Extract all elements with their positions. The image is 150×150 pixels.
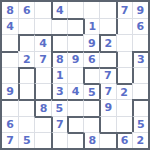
given-digit: 6 [23,5,31,16]
given-digit: 2 [105,38,113,49]
given-digit: 8 [6,5,14,16]
cell-r5c2[interactable] [34,83,50,99]
given-digit: 8 [40,103,48,114]
cell-r4c3[interactable]: 1 [51,67,67,83]
cell-r2c0[interactable] [2,34,18,50]
cell-r3c6[interactable] [99,51,115,67]
cell-r3c3[interactable]: 8 [51,51,67,67]
cell-r7c6[interactable] [99,116,115,132]
cell-r0c2[interactable] [34,2,50,18]
cell-r3c1[interactable]: 2 [18,51,34,67]
cell-r2c6[interactable]: 2 [99,34,115,50]
given-digit: 3 [137,54,145,65]
given-digit: 6 [121,135,129,146]
cell-r0c4[interactable] [67,2,83,18]
given-digit: 6 [6,119,14,130]
cell-r8c1[interactable]: 5 [18,132,34,148]
cell-r3c8[interactable]: 3 [132,51,148,67]
cell-r2c5[interactable]: 9 [83,34,99,50]
cell-r7c0[interactable]: 6 [2,116,18,132]
cell-r7c7[interactable] [116,116,132,132]
sudoku-board: 864794164922789631793457285967575862 [0,0,150,150]
given-digit: 7 [121,5,129,16]
given-digit: 6 [88,54,96,65]
cell-r5c3[interactable]: 3 [51,83,67,99]
cell-r5c7[interactable]: 2 [116,83,132,99]
cell-r1c1[interactable] [18,18,34,34]
cell-r6c0[interactable] [2,99,18,115]
given-digit: 6 [137,21,145,32]
given-digit: 1 [88,21,96,32]
sudoku-app: 864794164922789631793457285967575862 [0,0,150,150]
cell-r1c3[interactable] [51,18,67,34]
cell-r0c5[interactable] [83,2,99,18]
cell-r5c4[interactable]: 4 [67,83,83,99]
cell-r2c8[interactable] [132,34,148,50]
cell-r7c1[interactable] [18,116,34,132]
cell-r1c7[interactable] [116,18,132,34]
cell-r0c3[interactable]: 4 [51,2,67,18]
cell-r6c7[interactable] [116,99,132,115]
cell-r3c7[interactable] [116,51,132,67]
given-digit: 2 [137,135,145,146]
given-digit: 2 [120,87,128,98]
cell-r5c5[interactable]: 5 [83,83,99,99]
cell-r1c5[interactable]: 1 [83,18,99,34]
given-digit: 9 [6,86,14,97]
cell-r3c5[interactable]: 6 [83,51,99,67]
cell-r4c6[interactable]: 7 [99,67,115,83]
given-digit: 8 [56,54,64,65]
cell-r4c4[interactable] [67,67,83,83]
given-digit: 4 [6,21,14,32]
cell-r5c1[interactable] [18,83,34,99]
cell-r8c8[interactable]: 2 [132,132,148,148]
given-digit: 5 [137,119,145,130]
cell-r4c1[interactable] [18,67,34,83]
cell-r8c6[interactable] [99,132,115,148]
cell-r6c4[interactable] [67,99,83,115]
cell-r0c1[interactable]: 6 [18,2,34,18]
cell-r6c6[interactable]: 9 [99,99,115,115]
given-digit: 8 [88,135,96,146]
cell-r6c2[interactable]: 8 [34,99,50,115]
cell-r7c2[interactable] [34,116,50,132]
cell-r4c5[interactable] [83,67,99,83]
cell-r5c6[interactable]: 7 [99,83,115,99]
given-digit: 2 [23,54,31,65]
cell-r6c8[interactable] [132,99,148,115]
cell-r3c4[interactable]: 9 [67,51,83,67]
cell-r5c0[interactable]: 9 [2,83,18,99]
given-digit: 9 [105,102,113,113]
cell-r3c0[interactable] [2,51,18,67]
cell-r1c4[interactable] [67,18,83,34]
cell-r8c0[interactable]: 7 [2,132,18,148]
cell-r4c2[interactable] [34,67,50,83]
cell-r4c0[interactable] [2,67,18,83]
given-digit: 7 [105,86,113,97]
cell-r0c8[interactable]: 9 [132,2,148,18]
cell-r2c3[interactable] [51,34,67,50]
given-digit: 5 [55,103,63,114]
cell-r1c0[interactable]: 4 [2,18,18,34]
cell-r8c4[interactable] [67,132,83,148]
given-digit: 4 [56,5,64,16]
cell-r7c4[interactable] [67,116,83,132]
cell-r7c3[interactable]: 7 [51,116,67,132]
cell-r7c5[interactable] [83,116,99,132]
cell-r2c2[interactable]: 4 [34,34,50,50]
cell-r2c7[interactable] [116,34,132,50]
given-digit: 9 [137,5,145,16]
given-digit: 4 [72,86,80,97]
cell-r6c3[interactable]: 5 [51,99,67,115]
cell-r2c4[interactable] [67,34,83,50]
cell-r5c8[interactable] [132,83,148,99]
given-digit: 5 [23,135,31,146]
cell-r7c8[interactable]: 5 [132,116,148,132]
cell-r4c7[interactable] [116,67,132,83]
given-digit: 9 [88,38,96,49]
given-digit: 4 [39,38,47,49]
cell-r8c2[interactable] [34,132,50,148]
cell-r0c6[interactable] [99,2,115,18]
cell-r0c0[interactable]: 8 [2,2,18,18]
cell-r6c5[interactable] [83,99,99,115]
cell-r1c6[interactable] [99,18,115,34]
cell-r6c1[interactable] [18,99,34,115]
given-digit: 3 [56,86,64,97]
cell-r4c8[interactable] [132,67,148,83]
given-digit: 7 [56,119,64,130]
cell-r8c3[interactable] [51,132,67,148]
cell-r1c2[interactable] [34,18,50,34]
cell-r8c5[interactable]: 8 [83,132,99,148]
cell-r8c7[interactable]: 6 [116,132,132,148]
given-digit: 7 [39,54,47,65]
given-digit: 5 [88,87,96,98]
cell-r3c2[interactable]: 7 [34,51,50,67]
cell-r1c8[interactable]: 6 [132,18,148,34]
given-digit: 7 [104,70,112,81]
cell-r0c7[interactable]: 7 [116,2,132,18]
given-digit: 9 [72,54,80,65]
given-digit: 1 [56,70,64,81]
given-digit: 7 [6,135,14,146]
cell-r2c1[interactable] [18,34,34,50]
